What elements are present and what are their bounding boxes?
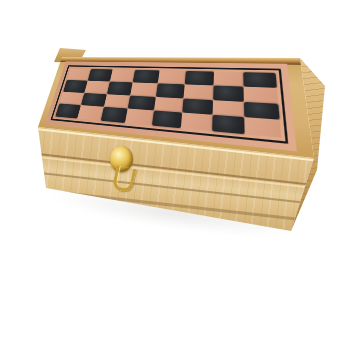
board-square: [84, 81, 109, 94]
board-square: [158, 70, 186, 84]
product-photo: [0, 0, 340, 340]
board-square: [213, 72, 244, 87]
board-square: [244, 86, 278, 103]
board-square: [184, 71, 213, 85]
board-square: [183, 84, 213, 100]
lid-base-seam-highlight: [38, 156, 326, 190]
board-square: [181, 113, 213, 131]
lid-base-seam: [38, 153, 326, 187]
board-square: [125, 109, 154, 126]
board-square: [110, 69, 136, 82]
board-square: [245, 117, 282, 137]
board-square: [130, 82, 157, 96]
board-square: [212, 115, 245, 134]
board-square: [243, 72, 276, 87]
board-square: [77, 105, 103, 120]
board-square: [133, 70, 160, 83]
board-square: [100, 107, 128, 123]
board-square: [152, 111, 182, 129]
board-square: [88, 69, 113, 81]
